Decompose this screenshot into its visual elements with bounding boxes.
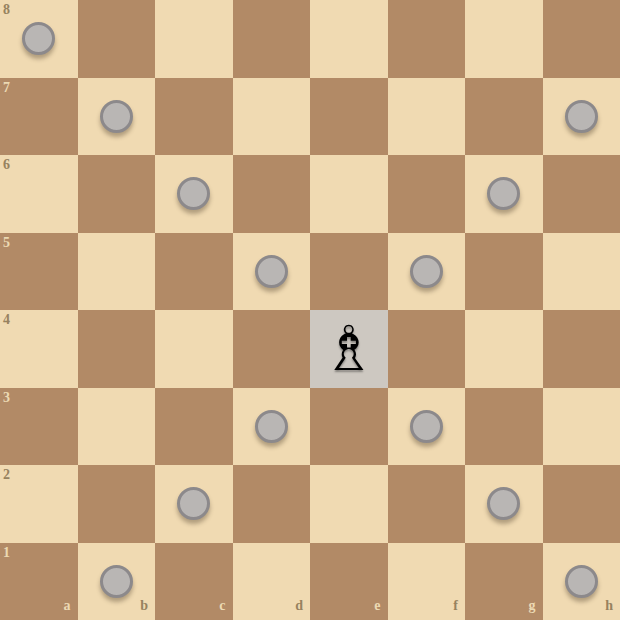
square-c2[interactable] bbox=[155, 465, 233, 543]
rank-label-6: 6 bbox=[3, 158, 10, 172]
square-a1[interactable]: 1a bbox=[0, 543, 78, 620]
square-f1[interactable]: f bbox=[388, 543, 466, 620]
rank-label-7: 7 bbox=[3, 81, 10, 95]
square-c4[interactable] bbox=[155, 310, 233, 388]
file-label-c: c bbox=[219, 599, 225, 613]
move-dot-f3[interactable] bbox=[410, 410, 443, 443]
move-dot-f5[interactable] bbox=[410, 255, 443, 288]
file-label-h: h bbox=[605, 599, 613, 613]
move-dot-c6[interactable] bbox=[177, 177, 210, 210]
square-d2[interactable] bbox=[233, 465, 311, 543]
square-g5[interactable] bbox=[465, 233, 543, 311]
square-g2[interactable] bbox=[465, 465, 543, 543]
square-f7[interactable] bbox=[388, 78, 466, 156]
square-b7[interactable] bbox=[78, 78, 156, 156]
move-dot-h7[interactable] bbox=[565, 100, 598, 133]
file-label-b: b bbox=[140, 599, 148, 613]
square-h1[interactable]: h bbox=[543, 543, 620, 620]
rank-label-5: 5 bbox=[3, 236, 10, 250]
square-d5[interactable] bbox=[233, 233, 311, 311]
square-f6[interactable] bbox=[388, 155, 466, 233]
file-label-e: e bbox=[374, 599, 380, 613]
rank-label-8: 8 bbox=[3, 3, 10, 17]
square-g8[interactable] bbox=[465, 0, 543, 78]
square-h2[interactable] bbox=[543, 465, 620, 543]
move-dot-c2[interactable] bbox=[177, 487, 210, 520]
square-d8[interactable] bbox=[233, 0, 311, 78]
square-a3[interactable]: 3 bbox=[0, 388, 78, 466]
square-e2[interactable] bbox=[310, 465, 388, 543]
square-h5[interactable] bbox=[543, 233, 620, 311]
file-label-f: f bbox=[453, 599, 458, 613]
move-dot-b7[interactable] bbox=[100, 100, 133, 133]
square-h3[interactable] bbox=[543, 388, 620, 466]
square-a8[interactable]: 8 bbox=[0, 0, 78, 78]
square-a7[interactable]: 7 bbox=[0, 78, 78, 156]
square-d6[interactable] bbox=[233, 155, 311, 233]
square-f8[interactable] bbox=[388, 0, 466, 78]
square-e7[interactable] bbox=[310, 78, 388, 156]
square-h8[interactable] bbox=[543, 0, 620, 78]
square-g4[interactable] bbox=[465, 310, 543, 388]
rank-label-2: 2 bbox=[3, 468, 10, 482]
square-c7[interactable] bbox=[155, 78, 233, 156]
square-a2[interactable]: 2 bbox=[0, 465, 78, 543]
square-e8[interactable] bbox=[310, 0, 388, 78]
square-d1[interactable]: d bbox=[233, 543, 311, 620]
move-dot-b1[interactable] bbox=[100, 565, 133, 598]
square-f2[interactable] bbox=[388, 465, 466, 543]
file-label-a: a bbox=[64, 599, 71, 613]
rank-label-4: 4 bbox=[3, 313, 10, 327]
square-d4[interactable] bbox=[233, 310, 311, 388]
file-label-g: g bbox=[529, 599, 536, 613]
square-d3[interactable] bbox=[233, 388, 311, 466]
square-b1[interactable]: b bbox=[78, 543, 156, 620]
move-dot-a8[interactable] bbox=[22, 22, 55, 55]
rank-label-1: 1 bbox=[3, 546, 10, 560]
square-c5[interactable] bbox=[155, 233, 233, 311]
square-a4[interactable]: 4 bbox=[0, 310, 78, 388]
square-b3[interactable] bbox=[78, 388, 156, 466]
square-e4[interactable]: ♗ bbox=[310, 310, 388, 388]
move-dot-g6[interactable] bbox=[487, 177, 520, 210]
file-label-d: d bbox=[295, 599, 303, 613]
move-dot-d3[interactable] bbox=[255, 410, 288, 443]
square-a5[interactable]: 5 bbox=[0, 233, 78, 311]
square-g7[interactable] bbox=[465, 78, 543, 156]
square-g3[interactable] bbox=[465, 388, 543, 466]
square-h4[interactable] bbox=[543, 310, 620, 388]
square-h7[interactable] bbox=[543, 78, 620, 156]
square-b8[interactable] bbox=[78, 0, 156, 78]
square-b2[interactable] bbox=[78, 465, 156, 543]
square-h6[interactable] bbox=[543, 155, 620, 233]
square-a6[interactable]: 6 bbox=[0, 155, 78, 233]
rank-label-3: 3 bbox=[3, 391, 10, 405]
move-dot-h1[interactable] bbox=[565, 565, 598, 598]
chess-board: 87654♗321abcdefgh bbox=[0, 0, 620, 620]
square-f3[interactable] bbox=[388, 388, 466, 466]
square-g6[interactable] bbox=[465, 155, 543, 233]
square-g1[interactable]: g bbox=[465, 543, 543, 620]
square-b6[interactable] bbox=[78, 155, 156, 233]
square-b4[interactable] bbox=[78, 310, 156, 388]
square-e1[interactable]: e bbox=[310, 543, 388, 620]
square-e6[interactable] bbox=[310, 155, 388, 233]
square-e3[interactable] bbox=[310, 388, 388, 466]
move-dot-g2[interactable] bbox=[487, 487, 520, 520]
move-dot-d5[interactable] bbox=[255, 255, 288, 288]
white-bishop[interactable]: ♗ bbox=[321, 310, 377, 388]
square-f5[interactable] bbox=[388, 233, 466, 311]
square-f4[interactable] bbox=[388, 310, 466, 388]
square-e5[interactable] bbox=[310, 233, 388, 311]
square-d7[interactable] bbox=[233, 78, 311, 156]
square-c6[interactable] bbox=[155, 155, 233, 233]
square-b5[interactable] bbox=[78, 233, 156, 311]
square-c1[interactable]: c bbox=[155, 543, 233, 620]
square-c3[interactable] bbox=[155, 388, 233, 466]
square-c8[interactable] bbox=[155, 0, 233, 78]
